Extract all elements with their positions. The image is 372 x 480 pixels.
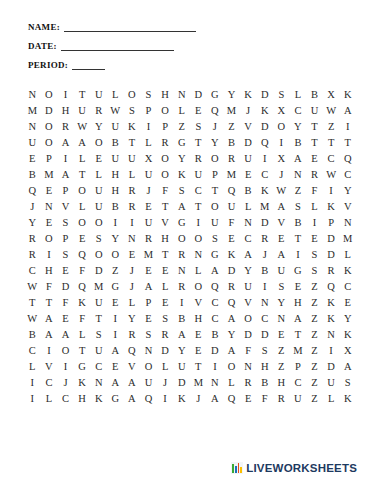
grid-cell-r16c7[interactable]: R [124, 327, 141, 343]
grid-cell-r6c7[interactable]: L [124, 167, 141, 183]
grid-cell-r6c15[interactable]: C [256, 167, 273, 183]
grid-cell-r15c15[interactable]: C [256, 311, 273, 327]
grid-cell-r11c19[interactable]: D [323, 247, 340, 263]
grid-cell-r19c13[interactable]: L [223, 375, 240, 391]
grid-cell-r1c6[interactable]: L [107, 87, 124, 103]
grid-cell-r20c17[interactable]: U [290, 391, 307, 407]
grid-cell-r2c4[interactable]: U [74, 103, 91, 119]
grid-cell-r19c9[interactable]: J [157, 375, 174, 391]
grid-cell-r10c8[interactable]: R [140, 231, 157, 247]
grid-cell-r15c8[interactable]: E [140, 311, 157, 327]
grid-cell-r1c14[interactable]: K [240, 87, 257, 103]
grid-cell-r3c14[interactable]: V [240, 119, 257, 135]
grid-cell-r8c15[interactable]: M [256, 199, 273, 215]
grid-cell-r9c12[interactable]: U [207, 215, 224, 231]
grid-cell-r8c18[interactable]: L [306, 199, 323, 215]
grid-cell-r9c16[interactable]: V [273, 215, 290, 231]
grid-cell-r16c6[interactable]: I [107, 327, 124, 343]
grid-cell-r1c12[interactable]: G [207, 87, 224, 103]
grid-cell-r2c6[interactable]: W [107, 103, 124, 119]
grid-cell-r1c17[interactable]: L [290, 87, 307, 103]
grid-cell-r9c5[interactable]: O [90, 215, 107, 231]
grid-cell-r12c4[interactable]: F [74, 263, 91, 279]
grid-cell-r19c2[interactable]: C [41, 375, 58, 391]
grid-cell-r3c18[interactable]: T [306, 119, 323, 135]
grid-cell-r9c1[interactable]: Y [24, 215, 41, 231]
grid-cell-r7c7[interactable]: R [124, 183, 141, 199]
grid-cell-r9c15[interactable]: D [256, 215, 273, 231]
grid-cell-r14c16[interactable]: Y [273, 295, 290, 311]
grid-cell-r5c19[interactable]: C [323, 151, 340, 167]
grid-cell-r3c8[interactable]: I [140, 119, 157, 135]
grid-cell-r4c10[interactable]: G [173, 135, 190, 151]
grid-cell-r20c9[interactable]: I [157, 391, 174, 407]
grid-cell-r18c4[interactable]: G [74, 359, 91, 375]
grid-cell-r4c5[interactable]: O [90, 135, 107, 151]
grid-cell-r20c11[interactable]: J [190, 391, 207, 407]
grid-cell-r18c17[interactable]: P [290, 359, 307, 375]
grid-cell-r2c14[interactable]: J [240, 103, 257, 119]
grid-cell-r3c11[interactable]: S [190, 119, 207, 135]
grid-cell-r14c7[interactable]: L [124, 295, 141, 311]
grid-cell-r1c18[interactable]: B [306, 87, 323, 103]
grid-cell-r13c10[interactable]: R [173, 279, 190, 295]
grid-cell-r5c16[interactable]: X [273, 151, 290, 167]
grid-cell-r12c7[interactable]: J [124, 263, 141, 279]
grid-cell-r13c8[interactable]: A [140, 279, 157, 295]
grid-cell-r1c3[interactable]: I [57, 87, 74, 103]
grid-cell-r14c10[interactable]: I [173, 295, 190, 311]
grid-cell-r3c15[interactable]: D [256, 119, 273, 135]
grid-cell-r13c16[interactable]: S [273, 279, 290, 295]
grid-cell-r17c6[interactable]: A [107, 343, 124, 359]
grid-cell-r1c13[interactable]: Y [223, 87, 240, 103]
grid-cell-r3c17[interactable]: Y [290, 119, 307, 135]
grid-cell-r1c15[interactable]: D [256, 87, 273, 103]
grid-cell-r2c15[interactable]: K [256, 103, 273, 119]
grid-cell-r9c9[interactable]: V [157, 215, 174, 231]
grid-cell-r19c10[interactable]: D [173, 375, 190, 391]
name-blank-line[interactable] [64, 21, 196, 32]
grid-cell-r1c5[interactable]: U [90, 87, 107, 103]
grid-cell-r3c4[interactable]: W [74, 119, 91, 135]
grid-cell-r18c13[interactable]: O [223, 359, 240, 375]
grid-cell-r5c13[interactable]: R [223, 151, 240, 167]
grid-cell-r2c1[interactable]: M [24, 103, 41, 119]
grid-cell-r16c14[interactable]: D [240, 327, 257, 343]
grid-cell-r18c16[interactable]: Z [273, 359, 290, 375]
grid-cell-r1c9[interactable]: H [157, 87, 174, 103]
grid-cell-r7c3[interactable]: P [57, 183, 74, 199]
grid-cell-r15c17[interactable]: A [290, 311, 307, 327]
grid-cell-r2c16[interactable]: X [273, 103, 290, 119]
grid-cell-r1c7[interactable]: O [124, 87, 141, 103]
grid-cell-r18c9[interactable]: L [157, 359, 174, 375]
grid-cell-r19c4[interactable]: K [74, 375, 91, 391]
grid-cell-r16c10[interactable]: A [173, 327, 190, 343]
grid-cell-r4c2[interactable]: O [41, 135, 58, 151]
grid-cell-r19c7[interactable]: A [124, 375, 141, 391]
grid-cell-r6c19[interactable]: W [323, 167, 340, 183]
grid-cell-r1c16[interactable]: S [273, 87, 290, 103]
grid-cell-r18c3[interactable]: I [57, 359, 74, 375]
grid-cell-r1c1[interactable]: N [24, 87, 41, 103]
grid-cell-r11c3[interactable]: S [57, 247, 74, 263]
grid-cell-r4c19[interactable]: T [323, 135, 340, 151]
grid-cell-r17c5[interactable]: U [90, 343, 107, 359]
grid-cell-r6c9[interactable]: O [157, 167, 174, 183]
grid-cell-r11c13[interactable]: K [223, 247, 240, 263]
grid-cell-r13c7[interactable]: J [124, 279, 141, 295]
grid-cell-r5c10[interactable]: Y [173, 151, 190, 167]
grid-cell-r15c4[interactable]: F [74, 311, 91, 327]
grid-cell-r4c14[interactable]: D [240, 135, 257, 151]
grid-cell-r3c7[interactable]: K [124, 119, 141, 135]
grid-cell-r7c5[interactable]: U [90, 183, 107, 199]
grid-cell-r17c12[interactable]: D [207, 343, 224, 359]
grid-cell-r11c7[interactable]: E [124, 247, 141, 263]
grid-cell-r20c12[interactable]: A [207, 391, 224, 407]
grid-cell-r18c14[interactable]: N [240, 359, 257, 375]
grid-cell-r2c3[interactable]: H [57, 103, 74, 119]
grid-cell-r11c16[interactable]: A [273, 247, 290, 263]
grid-cell-r6c5[interactable]: L [90, 167, 107, 183]
grid-cell-r10c2[interactable]: O [41, 231, 58, 247]
grid-cell-r11c5[interactable]: O [90, 247, 107, 263]
grid-cell-r14c4[interactable]: K [74, 295, 91, 311]
grid-cell-r3c3[interactable]: R [57, 119, 74, 135]
grid-cell-r8c13[interactable]: U [223, 199, 240, 215]
grid-cell-r15c12[interactable]: C [207, 311, 224, 327]
grid-cell-r13c3[interactable]: D [57, 279, 74, 295]
grid-cell-r13c2[interactable]: F [41, 279, 58, 295]
grid-cell-r9c4[interactable]: O [74, 215, 91, 231]
grid-cell-r10c13[interactable]: E [223, 231, 240, 247]
grid-cell-r14c17[interactable]: H [290, 295, 307, 311]
grid-cell-r10c12[interactable]: S [207, 231, 224, 247]
grid-cell-r3c10[interactable]: Z [173, 119, 190, 135]
grid-cell-r4c18[interactable]: T [306, 135, 323, 151]
grid-cell-r6c1[interactable]: B [24, 167, 41, 183]
grid-cell-r8c3[interactable]: V [57, 199, 74, 215]
grid-cell-r9c17[interactable]: B [290, 215, 307, 231]
grid-cell-r2c5[interactable]: R [90, 103, 107, 119]
grid-cell-r18c10[interactable]: U [173, 359, 190, 375]
grid-cell-r19c19[interactable]: U [323, 375, 340, 391]
grid-cell-r18c19[interactable]: D [323, 359, 340, 375]
grid-cell-r17c15[interactable]: S [256, 343, 273, 359]
grid-cell-r7c14[interactable]: B [240, 183, 257, 199]
grid-cell-r15c19[interactable]: K [323, 311, 340, 327]
grid-cell-r5c15[interactable]: I [256, 151, 273, 167]
grid-cell-r8c20[interactable]: V [339, 199, 356, 215]
grid-cell-r7c10[interactable]: S [173, 183, 190, 199]
grid-cell-r19c1[interactable]: I [24, 375, 41, 391]
grid-cell-r16c17[interactable]: T [290, 327, 307, 343]
grid-cell-r15c11[interactable]: H [190, 311, 207, 327]
grid-cell-r14c20[interactable]: E [339, 295, 356, 311]
grid-cell-r11c1[interactable]: R [24, 247, 41, 263]
grid-cell-r13c14[interactable]: U [240, 279, 257, 295]
grid-cell-r19c16[interactable]: H [273, 375, 290, 391]
grid-cell-r17c18[interactable]: Z [306, 343, 323, 359]
grid-cell-r14c9[interactable]: E [157, 295, 174, 311]
grid-cell-r7c16[interactable]: W [273, 183, 290, 199]
grid-cell-r17c11[interactable]: E [190, 343, 207, 359]
grid-cell-r12c18[interactable]: S [306, 263, 323, 279]
grid-cell-r6c20[interactable]: C [339, 167, 356, 183]
grid-cell-r11c6[interactable]: O [107, 247, 124, 263]
grid-cell-r5c4[interactable]: L [74, 151, 91, 167]
grid-cell-r15c14[interactable]: O [240, 311, 257, 327]
grid-cell-r12c13[interactable]: D [223, 263, 240, 279]
grid-cell-r18c6[interactable]: E [107, 359, 124, 375]
grid-cell-r10c15[interactable]: R [256, 231, 273, 247]
grid-cell-r10c6[interactable]: Y [107, 231, 124, 247]
grid-cell-r16c18[interactable]: Z [306, 327, 323, 343]
grid-cell-r14c13[interactable]: Q [223, 295, 240, 311]
grid-cell-r14c12[interactable]: C [207, 295, 224, 311]
grid-cell-r14c5[interactable]: U [90, 295, 107, 311]
grid-cell-r19c11[interactable]: M [190, 375, 207, 391]
grid-cell-r4c6[interactable]: B [107, 135, 124, 151]
grid-cell-r18c7[interactable]: V [124, 359, 141, 375]
grid-cell-r6c8[interactable]: U [140, 167, 157, 183]
grid-cell-r5c14[interactable]: U [240, 151, 257, 167]
grid-cell-r12c15[interactable]: B [256, 263, 273, 279]
grid-cell-r5c12[interactable]: O [207, 151, 224, 167]
grid-cell-r2c17[interactable]: C [290, 103, 307, 119]
grid-cell-r6c10[interactable]: K [173, 167, 190, 183]
grid-cell-r20c1[interactable]: I [24, 391, 41, 407]
grid-cell-r1c4[interactable]: T [74, 87, 91, 103]
grid-cell-r17c14[interactable]: F [240, 343, 257, 359]
grid-cell-r18c2[interactable]: V [41, 359, 58, 375]
grid-cell-r4c12[interactable]: Y [207, 135, 224, 151]
grid-cell-r9c18[interactable]: I [306, 215, 323, 231]
grid-cell-r12c20[interactable]: K [339, 263, 356, 279]
grid-cell-r17c7[interactable]: Q [124, 343, 141, 359]
grid-cell-r14c14[interactable]: V [240, 295, 257, 311]
grid-cell-r15c5[interactable]: T [90, 311, 107, 327]
grid-cell-r18c1[interactable]: L [24, 359, 41, 375]
grid-cell-r15c10[interactable]: B [173, 311, 190, 327]
grid-cell-r13c18[interactable]: Z [306, 279, 323, 295]
grid-cell-r2c9[interactable]: O [157, 103, 174, 119]
grid-cell-r6c13[interactable]: M [223, 167, 240, 183]
grid-cell-r20c8[interactable]: Q [140, 391, 157, 407]
grid-cell-r8c2[interactable]: N [41, 199, 58, 215]
grid-cell-r2c19[interactable]: W [323, 103, 340, 119]
grid-cell-r3c1[interactable]: N [24, 119, 41, 135]
grid-cell-r14c1[interactable]: T [24, 295, 41, 311]
grid-cell-r18c18[interactable]: Z [306, 359, 323, 375]
grid-cell-r7c20[interactable]: Y [339, 183, 356, 199]
grid-cell-r10c4[interactable]: E [74, 231, 91, 247]
grid-cell-r6c12[interactable]: P [207, 167, 224, 183]
grid-cell-r4c11[interactable]: T [190, 135, 207, 151]
grid-cell-r8c10[interactable]: A [173, 199, 190, 215]
grid-cell-r19c5[interactable]: N [90, 375, 107, 391]
grid-cell-r2c13[interactable]: M [223, 103, 240, 119]
grid-cell-r8c9[interactable]: T [157, 199, 174, 215]
grid-cell-r15c7[interactable]: Y [124, 311, 141, 327]
grid-cell-r19c14[interactable]: R [240, 375, 257, 391]
grid-cell-r1c10[interactable]: N [173, 87, 190, 103]
grid-cell-r7c4[interactable]: O [74, 183, 91, 199]
grid-cell-r17c17[interactable]: M [290, 343, 307, 359]
date-blank-line[interactable] [61, 40, 174, 51]
grid-cell-r4c4[interactable]: A [74, 135, 91, 151]
grid-cell-r5c9[interactable]: O [157, 151, 174, 167]
grid-cell-r10c5[interactable]: S [90, 231, 107, 247]
grid-cell-r7c8[interactable]: J [140, 183, 157, 199]
grid-cell-r10c7[interactable]: N [124, 231, 141, 247]
grid-cell-r6c14[interactable]: E [240, 167, 257, 183]
grid-cell-r20c14[interactable]: E [240, 391, 257, 407]
grid-cell-r3c19[interactable]: Z [323, 119, 340, 135]
grid-cell-r5c18[interactable]: E [306, 151, 323, 167]
grid-cell-r13c15[interactable]: I [256, 279, 273, 295]
grid-cell-r7c2[interactable]: E [41, 183, 58, 199]
grid-cell-r10c18[interactable]: E [306, 231, 323, 247]
grid-cell-r16c4[interactable]: L [74, 327, 91, 343]
grid-cell-r11c4[interactable]: Q [74, 247, 91, 263]
grid-cell-r7c18[interactable]: F [306, 183, 323, 199]
grid-cell-r20c16[interactable]: R [273, 391, 290, 407]
grid-cell-r4c7[interactable]: T [124, 135, 141, 151]
grid-cell-r15c2[interactable]: A [41, 311, 58, 327]
grid-cell-r18c12[interactable]: I [207, 359, 224, 375]
grid-cell-r20c5[interactable]: K [90, 391, 107, 407]
grid-cell-r17c1[interactable]: C [24, 343, 41, 359]
grid-cell-r18c20[interactable]: A [339, 359, 356, 375]
grid-cell-r9c8[interactable]: U [140, 215, 157, 231]
grid-cell-r9c14[interactable]: N [240, 215, 257, 231]
grid-cell-r9c11[interactable]: I [190, 215, 207, 231]
grid-cell-r13c12[interactable]: Q [207, 279, 224, 295]
grid-cell-r12c3[interactable]: E [57, 263, 74, 279]
grid-cell-r13c11[interactable]: O [190, 279, 207, 295]
grid-cell-r11c2[interactable]: I [41, 247, 58, 263]
grid-cell-r20c7[interactable]: A [124, 391, 141, 407]
period-blank-line[interactable] [72, 59, 105, 70]
grid-cell-r5c5[interactable]: E [90, 151, 107, 167]
grid-cell-r1c2[interactable]: O [41, 87, 58, 103]
grid-cell-r8c6[interactable]: B [107, 199, 124, 215]
grid-cell-r9c10[interactable]: G [173, 215, 190, 231]
grid-cell-r8c16[interactable]: A [273, 199, 290, 215]
grid-cell-r17c13[interactable]: A [223, 343, 240, 359]
grid-cell-r20c6[interactable]: G [107, 391, 124, 407]
grid-cell-r16c2[interactable]: A [41, 327, 58, 343]
grid-cell-r9c13[interactable]: F [223, 215, 240, 231]
grid-cell-r5c17[interactable]: A [290, 151, 307, 167]
grid-cell-r10c3[interactable]: P [57, 231, 74, 247]
grid-cell-r7c19[interactable]: I [323, 183, 340, 199]
grid-cell-r9c6[interactable]: I [107, 215, 124, 231]
grid-cell-r7c12[interactable]: T [207, 183, 224, 199]
grid-cell-r2c7[interactable]: S [124, 103, 141, 119]
grid-cell-r9c3[interactable]: S [57, 215, 74, 231]
grid-cell-r19c18[interactable]: Z [306, 375, 323, 391]
grid-cell-r20c20[interactable]: K [339, 391, 356, 407]
grid-cell-r13c19[interactable]: Q [323, 279, 340, 295]
grid-cell-r20c15[interactable]: F [256, 391, 273, 407]
grid-cell-r14c8[interactable]: P [140, 295, 157, 311]
grid-cell-r13c13[interactable]: R [223, 279, 240, 295]
grid-cell-r11c14[interactable]: A [240, 247, 257, 263]
grid-cell-r17c3[interactable]: O [57, 343, 74, 359]
grid-cell-r12c11[interactable]: L [190, 263, 207, 279]
grid-cell-r16c1[interactable]: B [24, 327, 41, 343]
grid-cell-r1c8[interactable]: S [140, 87, 157, 103]
grid-cell-r11c18[interactable]: S [306, 247, 323, 263]
grid-cell-r6c17[interactable]: N [290, 167, 307, 183]
grid-cell-r7c9[interactable]: F [157, 183, 174, 199]
grid-cell-r12c17[interactable]: G [290, 263, 307, 279]
grid-cell-r7c11[interactable]: C [190, 183, 207, 199]
grid-cell-r4c20[interactable]: T [339, 135, 356, 151]
grid-cell-r5c11[interactable]: R [190, 151, 207, 167]
grid-cell-r18c5[interactable]: C [90, 359, 107, 375]
grid-cell-r20c3[interactable]: C [57, 391, 74, 407]
grid-cell-r12c1[interactable]: C [24, 263, 41, 279]
grid-cell-r14c2[interactable]: T [41, 295, 58, 311]
grid-cell-r14c3[interactable]: F [57, 295, 74, 311]
grid-cell-r15c16[interactable]: N [273, 311, 290, 327]
grid-cell-r20c19[interactable]: L [323, 391, 340, 407]
grid-cell-r17c10[interactable]: Y [173, 343, 190, 359]
grid-cell-r17c9[interactable]: D [157, 343, 174, 359]
grid-cell-r8c11[interactable]: T [190, 199, 207, 215]
grid-cell-r3c9[interactable]: P [157, 119, 174, 135]
grid-cell-r12c19[interactable]: R [323, 263, 340, 279]
grid-cell-r6c6[interactable]: H [107, 167, 124, 183]
grid-cell-r8c7[interactable]: R [124, 199, 141, 215]
grid-cell-r2c10[interactable]: L [173, 103, 190, 119]
grid-cell-r8c4[interactable]: L [74, 199, 91, 215]
grid-cell-r3c2[interactable]: O [41, 119, 58, 135]
grid-cell-r16c16[interactable]: E [273, 327, 290, 343]
grid-cell-r10c14[interactable]: C [240, 231, 257, 247]
grid-cell-r19c12[interactable]: N [207, 375, 224, 391]
grid-cell-r12c9[interactable]: E [157, 263, 174, 279]
grid-cell-r19c15[interactable]: B [256, 375, 273, 391]
grid-cell-r13c4[interactable]: Q [74, 279, 91, 295]
grid-cell-r5c3[interactable]: I [57, 151, 74, 167]
grid-cell-r10c1[interactable]: R [24, 231, 41, 247]
grid-cell-r15c13[interactable]: A [223, 311, 240, 327]
grid-cell-r15c18[interactable]: Z [306, 311, 323, 327]
grid-cell-r1c11[interactable]: D [190, 87, 207, 103]
grid-cell-r20c2[interactable]: L [41, 391, 58, 407]
grid-cell-r1c19[interactable]: X [323, 87, 340, 103]
grid-cell-r2c20[interactable]: A [339, 103, 356, 119]
grid-cell-r15c9[interactable]: S [157, 311, 174, 327]
grid-cell-r6c2[interactable]: M [41, 167, 58, 183]
grid-cell-r12c8[interactable]: E [140, 263, 157, 279]
grid-cell-r13c5[interactable]: M [90, 279, 107, 295]
grid-cell-r4c15[interactable]: Q [256, 135, 273, 151]
grid-cell-r7c1[interactable]: Q [24, 183, 41, 199]
grid-cell-r2c12[interactable]: Q [207, 103, 224, 119]
grid-cell-r6c4[interactable]: T [74, 167, 91, 183]
grid-cell-r13c17[interactable]: E [290, 279, 307, 295]
grid-cell-r5c7[interactable]: U [124, 151, 141, 167]
grid-cell-r14c15[interactable]: N [256, 295, 273, 311]
grid-cell-r14c6[interactable]: E [107, 295, 124, 311]
